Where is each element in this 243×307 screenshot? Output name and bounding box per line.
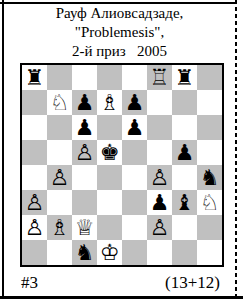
square-g5: ♟ <box>172 140 197 165</box>
square-d5: ♚ <box>97 140 122 165</box>
square-a3: ♙ <box>22 190 47 215</box>
black-knight-icon: ♞ <box>72 240 97 265</box>
square-e4 <box>122 165 147 190</box>
black-pawn-icon: ♟ <box>72 90 97 115</box>
black-pawn-icon: ♟ <box>72 115 97 140</box>
square-c3 <box>72 190 97 215</box>
square-h5 <box>197 140 222 165</box>
square-f3: ♟ <box>147 190 172 215</box>
square-a8: ♜ <box>22 65 47 90</box>
square-b3 <box>47 190 72 215</box>
white-king-icon: ♔ <box>97 240 122 265</box>
square-h7 <box>197 90 222 115</box>
dashed-cut-line <box>235 0 237 299</box>
white-queen-icon: ♕ <box>72 215 97 240</box>
square-a5 <box>22 140 47 165</box>
square-c2: ♕ <box>72 215 97 240</box>
square-a4 <box>22 165 47 190</box>
black-rook-icon: ♜ <box>22 65 47 90</box>
square-d8 <box>97 65 122 90</box>
square-a7 <box>22 90 47 115</box>
white-bishop-icon: ♗ <box>97 90 122 115</box>
white-pawn-icon: ♙ <box>147 215 172 240</box>
black-knight-icon: ♞ <box>197 165 222 190</box>
square-d1: ♔ <box>97 240 122 265</box>
square-h8 <box>197 65 222 90</box>
white-knight-icon: ♘ <box>47 90 72 115</box>
card-border-bottom <box>0 296 243 299</box>
black-rook-icon: ♜ <box>172 65 197 90</box>
square-d4 <box>97 165 122 190</box>
material-count: (13+12) <box>165 269 220 296</box>
chess-board: ♜♖♜♘♟♗♟♟♟♙♚♟♙♙♞♙♟♝♘♙♗♕♙♞♔ <box>20 63 224 267</box>
square-e8 <box>122 65 147 90</box>
square-b8 <box>47 65 72 90</box>
square-e2 <box>122 215 147 240</box>
square-d3 <box>97 190 122 215</box>
square-h6 <box>197 115 222 140</box>
stipulation-label: #3 <box>21 269 38 296</box>
square-c7: ♟ <box>72 90 97 115</box>
square-c5: ♙ <box>72 140 97 165</box>
square-g8: ♜ <box>172 65 197 90</box>
square-h4: ♞ <box>197 165 222 190</box>
square-c6: ♟ <box>72 115 97 140</box>
square-b5 <box>47 140 72 165</box>
square-b1 <box>47 240 72 265</box>
black-king-icon: ♚ <box>97 140 122 165</box>
square-c8 <box>72 65 97 90</box>
square-f6 <box>147 115 172 140</box>
square-a6 <box>22 115 47 140</box>
square-g3: ♝ <box>172 190 197 215</box>
white-knight-icon: ♘ <box>197 190 222 215</box>
square-e6: ♟ <box>122 115 147 140</box>
square-h2 <box>197 215 222 240</box>
white-bishop-icon: ♗ <box>47 215 72 240</box>
square-e1 <box>122 240 147 265</box>
square-e3 <box>122 190 147 215</box>
square-d7: ♗ <box>97 90 122 115</box>
square-h1 <box>197 240 222 265</box>
square-g7 <box>172 90 197 115</box>
white-rook-icon: ♖ <box>147 65 172 90</box>
square-d2 <box>97 215 122 240</box>
square-c1: ♞ <box>72 240 97 265</box>
square-e5 <box>122 140 147 165</box>
black-pawn-icon: ♟ <box>147 190 172 215</box>
author-name: Рауф Алиовсадзаде, <box>4 4 235 23</box>
square-c4 <box>72 165 97 190</box>
square-g4 <box>172 165 197 190</box>
problem-card: Рауф Алиовсадзаде, "Problemesis", 2-й пр… <box>0 0 243 307</box>
square-f7 <box>147 90 172 115</box>
white-pawn-icon: ♙ <box>22 215 47 240</box>
square-f4: ♙ <box>147 165 172 190</box>
black-pawn-icon: ♟ <box>122 115 147 140</box>
white-pawn-icon: ♙ <box>22 190 47 215</box>
black-pawn-icon: ♟ <box>122 90 147 115</box>
square-g1 <box>172 240 197 265</box>
white-pawn-icon: ♙ <box>72 140 97 165</box>
square-g2 <box>172 215 197 240</box>
square-f2: ♙ <box>147 215 172 240</box>
square-e7: ♟ <box>122 90 147 115</box>
square-a1 <box>22 240 47 265</box>
square-d6 <box>97 115 122 140</box>
square-b2: ♗ <box>47 215 72 240</box>
square-f1 <box>147 240 172 265</box>
award-year: 2-й приз 2005 <box>4 42 235 61</box>
square-b6 <box>47 115 72 140</box>
square-f5 <box>147 140 172 165</box>
square-b4: ♙ <box>47 165 72 190</box>
square-b7: ♘ <box>47 90 72 115</box>
black-bishop-icon: ♝ <box>172 190 197 215</box>
caption-row: #3 (13+12) <box>0 269 243 296</box>
square-g6 <box>172 115 197 140</box>
problem-header: Рауф Алиовсадзаде, "Problemesis", 2-й пр… <box>4 4 235 61</box>
source-name: "Problemesis", <box>4 23 235 42</box>
square-h3: ♘ <box>197 190 222 215</box>
black-pawn-icon: ♟ <box>172 140 197 165</box>
square-a2: ♙ <box>22 215 47 240</box>
white-pawn-icon: ♙ <box>47 165 72 190</box>
square-f8: ♖ <box>147 65 172 90</box>
white-pawn-icon: ♙ <box>147 165 172 190</box>
